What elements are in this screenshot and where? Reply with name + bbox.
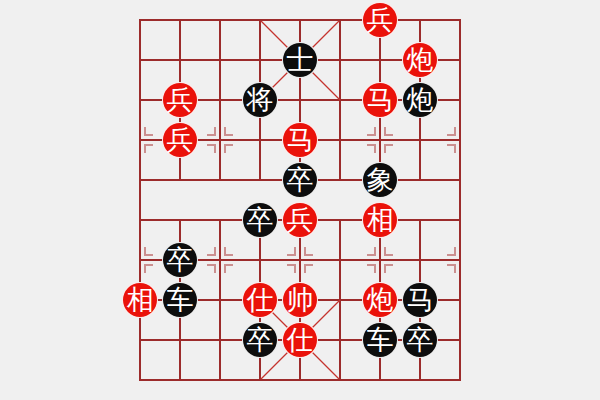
board-point: 帅 — [280, 280, 320, 320]
piece-red-horse[interactable]: 马 — [362, 82, 398, 118]
piece-red-cannon[interactable]: 炮 — [362, 282, 398, 318]
piece-black-soldier[interactable]: 卒 — [242, 322, 278, 358]
pieces-layer: 兵士炮兵将马炮兵马卒象卒兵相卒相车仕帅炮马卒仕车卒 — [120, 0, 480, 400]
board-point: 车 — [360, 320, 400, 360]
board-point: 兵 — [280, 200, 320, 240]
piece-red-soldier[interactable]: 兵 — [162, 122, 198, 158]
board-point: 卒 — [240, 320, 280, 360]
board-point: 仕 — [240, 280, 280, 320]
board-point: 卒 — [160, 240, 200, 280]
piece-black-soldier[interactable]: 卒 — [402, 322, 438, 358]
piece-black-advisor[interactable]: 士 — [282, 42, 318, 78]
piece-red-soldier[interactable]: 兵 — [282, 202, 318, 238]
board-point: 仕 — [280, 320, 320, 360]
piece-black-soldier[interactable]: 卒 — [162, 242, 198, 278]
board-point: 炮 — [360, 280, 400, 320]
board-point: 兵 — [160, 120, 200, 160]
piece-black-elephant[interactable]: 象 — [362, 162, 398, 198]
piece-black-chariot[interactable]: 车 — [162, 282, 198, 318]
board-point: 卒 — [400, 320, 440, 360]
piece-red-horse[interactable]: 马 — [282, 122, 318, 158]
piece-black-general[interactable]: 将 — [242, 82, 278, 118]
board-point: 兵 — [160, 80, 200, 120]
piece-red-elephant[interactable]: 相 — [362, 202, 398, 238]
piece-black-horse[interactable]: 马 — [402, 282, 438, 318]
piece-red-advisor[interactable]: 仕 — [282, 322, 318, 358]
piece-red-soldier[interactable]: 兵 — [162, 82, 198, 118]
piece-red-soldier[interactable]: 兵 — [362, 2, 398, 38]
piece-red-elephant[interactable]: 相 — [122, 282, 158, 318]
board-point: 象 — [360, 160, 400, 200]
piece-black-cannon[interactable]: 炮 — [402, 82, 438, 118]
board-point: 将 — [240, 80, 280, 120]
board-point: 马 — [400, 280, 440, 320]
piece-black-chariot[interactable]: 车 — [362, 322, 398, 358]
board-point: 相 — [360, 200, 400, 240]
board-point: 炮 — [400, 80, 440, 120]
board-point: 炮 — [400, 40, 440, 80]
piece-red-advisor[interactable]: 仕 — [242, 282, 278, 318]
board-point: 相 — [120, 280, 160, 320]
board-point: 马 — [360, 80, 400, 120]
piece-black-soldier[interactable]: 卒 — [242, 202, 278, 238]
piece-red-cannon[interactable]: 炮 — [402, 42, 438, 78]
board-point: 卒 — [240, 200, 280, 240]
piece-red-general[interactable]: 帅 — [282, 282, 318, 318]
board-point: 士 — [280, 40, 320, 80]
board-point: 马 — [280, 120, 320, 160]
xiangqi-board-screen: 兵士炮兵将马炮兵马卒象卒兵相卒相车仕帅炮马卒仕车卒 — [0, 0, 600, 400]
board-point: 车 — [160, 280, 200, 320]
board-point: 兵 — [360, 0, 400, 40]
board-point: 卒 — [280, 160, 320, 200]
piece-black-soldier[interactable]: 卒 — [282, 162, 318, 198]
